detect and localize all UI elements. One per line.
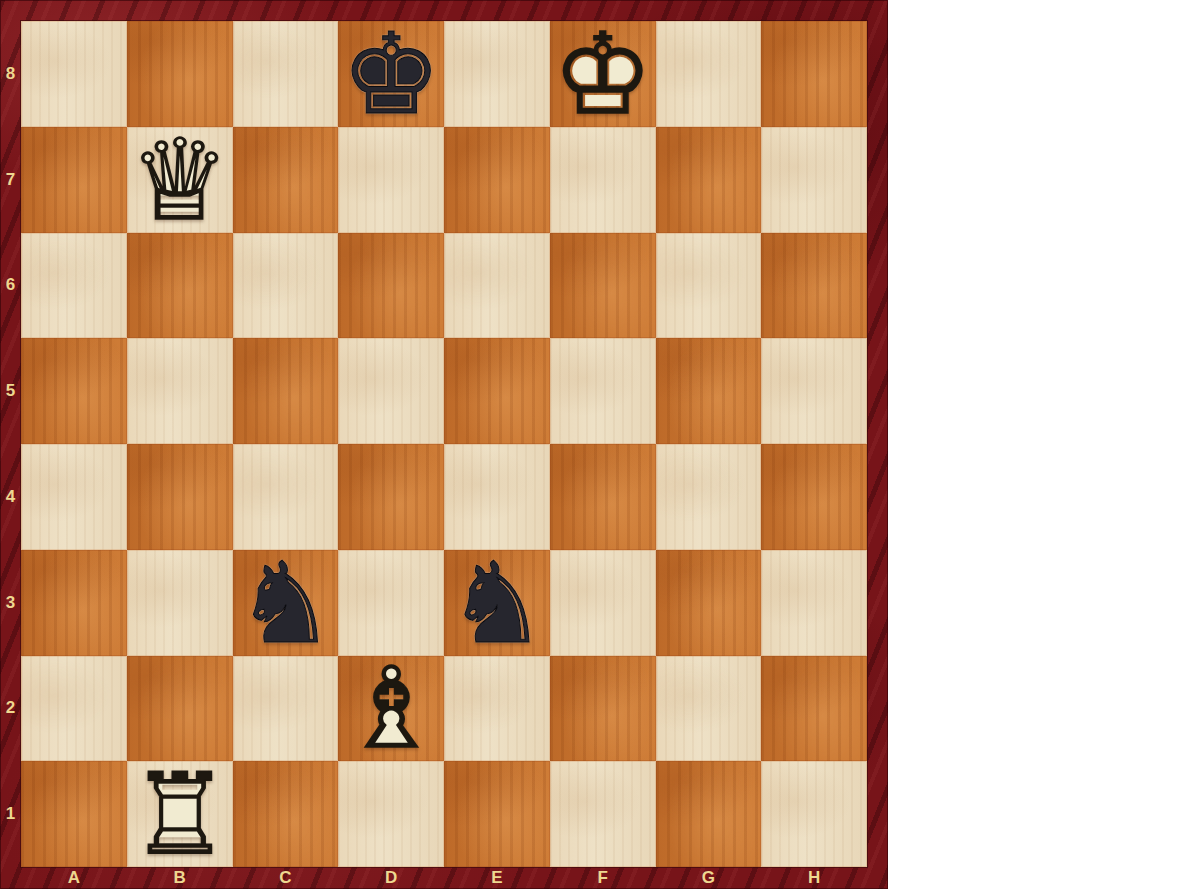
rank-label-8: 8 — [0, 21, 21, 127]
square-d6[interactable] — [338, 233, 444, 339]
square-a6[interactable] — [21, 233, 127, 339]
square-b7[interactable]: ♛♕ — [127, 127, 233, 233]
square-h3[interactable] — [761, 550, 867, 656]
square-g8[interactable] — [656, 21, 762, 127]
rank-label-1: 1 — [0, 761, 21, 867]
square-a1[interactable] — [21, 761, 127, 867]
square-h7[interactable] — [761, 127, 867, 233]
rank-labels: 87654321 — [0, 21, 21, 867]
square-e8[interactable] — [444, 21, 550, 127]
square-b6[interactable] — [127, 233, 233, 339]
square-d5[interactable] — [338, 338, 444, 444]
file-label-h: H — [761, 867, 867, 889]
square-h4[interactable] — [761, 444, 867, 550]
file-label-e: E — [444, 867, 550, 889]
square-g5[interactable] — [656, 338, 762, 444]
file-labels: ABCDEFGH — [21, 867, 867, 889]
square-b5[interactable] — [127, 338, 233, 444]
square-h6[interactable] — [761, 233, 867, 339]
square-a3[interactable] — [21, 550, 127, 656]
file-label-d: D — [338, 867, 444, 889]
file-label-g: G — [656, 867, 762, 889]
square-f5[interactable] — [550, 338, 656, 444]
piece-outline-glyph: ♖ — [127, 761, 233, 867]
square-c7[interactable] — [233, 127, 339, 233]
square-e1[interactable] — [444, 761, 550, 867]
square-c6[interactable] — [233, 233, 339, 339]
square-e5[interactable] — [444, 338, 550, 444]
square-b4[interactable] — [127, 444, 233, 550]
file-label-c: C — [233, 867, 339, 889]
rank-label-6: 6 — [0, 233, 21, 339]
black-king-d8[interactable]: ♚ — [338, 21, 444, 127]
square-f7[interactable] — [550, 127, 656, 233]
piece-outline-glyph: ♔ — [550, 21, 656, 127]
square-d7[interactable] — [338, 127, 444, 233]
piece-glyph: ♚ — [338, 21, 444, 127]
square-d3[interactable] — [338, 550, 444, 656]
square-g6[interactable] — [656, 233, 762, 339]
rank-label-3: 3 — [0, 550, 21, 656]
square-h2[interactable] — [761, 656, 867, 762]
square-e4[interactable] — [444, 444, 550, 550]
square-a5[interactable] — [21, 338, 127, 444]
square-a8[interactable] — [21, 21, 127, 127]
page: 87654321 ♚♚♔♛♕♞♞♝♗♜♖ ABCDEFGH — [0, 0, 1200, 889]
square-a7[interactable] — [21, 127, 127, 233]
square-f4[interactable] — [550, 444, 656, 550]
square-c5[interactable] — [233, 338, 339, 444]
square-g2[interactable] — [656, 656, 762, 762]
square-e7[interactable] — [444, 127, 550, 233]
square-d4[interactable] — [338, 444, 444, 550]
white-bishop-d2[interactable]: ♝♗ — [338, 656, 444, 762]
square-d1[interactable] — [338, 761, 444, 867]
piece-outline-glyph: ♕ — [127, 127, 233, 233]
black-knight-e3[interactable]: ♞ — [444, 550, 550, 656]
piece-outline-glyph: ♗ — [338, 656, 444, 762]
white-king-f8[interactable]: ♚♔ — [550, 21, 656, 127]
square-e6[interactable] — [444, 233, 550, 339]
square-g3[interactable] — [656, 550, 762, 656]
rank-label-5: 5 — [0, 338, 21, 444]
square-f2[interactable] — [550, 656, 656, 762]
square-c1[interactable] — [233, 761, 339, 867]
square-g4[interactable] — [656, 444, 762, 550]
file-label-b: B — [127, 867, 233, 889]
square-f6[interactable] — [550, 233, 656, 339]
square-g1[interactable] — [656, 761, 762, 867]
square-c3[interactable]: ♞ — [233, 550, 339, 656]
square-f3[interactable] — [550, 550, 656, 656]
square-e2[interactable] — [444, 656, 550, 762]
square-f1[interactable] — [550, 761, 656, 867]
rank-label-4: 4 — [0, 444, 21, 550]
square-b1[interactable]: ♜♖ — [127, 761, 233, 867]
square-a2[interactable] — [21, 656, 127, 762]
rank-label-2: 2 — [0, 656, 21, 762]
file-label-f: F — [550, 867, 656, 889]
chess-board-frame: 87654321 ♚♚♔♛♕♞♞♝♗♜♖ ABCDEFGH — [0, 0, 888, 889]
white-rook-b1[interactable]: ♜♖ — [127, 761, 233, 867]
square-e3[interactable]: ♞ — [444, 550, 550, 656]
square-f8[interactable]: ♚♔ — [550, 21, 656, 127]
square-h5[interactable] — [761, 338, 867, 444]
piece-glyph: ♞ — [233, 550, 339, 656]
piece-glyph: ♞ — [444, 550, 550, 656]
square-b2[interactable] — [127, 656, 233, 762]
square-b8[interactable] — [127, 21, 233, 127]
chess-board: ♚♚♔♛♕♞♞♝♗♜♖ — [21, 21, 867, 867]
square-a4[interactable] — [21, 444, 127, 550]
white-queen-b7[interactable]: ♛♕ — [127, 127, 233, 233]
square-c2[interactable] — [233, 656, 339, 762]
rank-label-7: 7 — [0, 127, 21, 233]
square-g7[interactable] — [656, 127, 762, 233]
file-label-a: A — [21, 867, 127, 889]
square-c8[interactable] — [233, 21, 339, 127]
square-c4[interactable] — [233, 444, 339, 550]
square-h8[interactable] — [761, 21, 867, 127]
square-d2[interactable]: ♝♗ — [338, 656, 444, 762]
square-d8[interactable]: ♚ — [338, 21, 444, 127]
square-h1[interactable] — [761, 761, 867, 867]
black-knight-c3[interactable]: ♞ — [233, 550, 339, 656]
square-b3[interactable] — [127, 550, 233, 656]
